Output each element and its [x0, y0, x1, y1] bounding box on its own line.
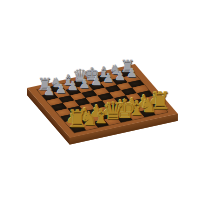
piece-black-pawn-h7: ♟ [126, 67, 137, 80]
piece-black-pawn-e7: ♟ [91, 75, 102, 88]
piece-black-pawn-f7: ♟ [103, 72, 114, 85]
piece-black-pawn-c7: ♟ [67, 80, 78, 93]
piece-black-pawn-b7: ♟ [55, 83, 66, 96]
piece-black-pawn-d7: ♟ [79, 77, 90, 90]
chess-set-photo: ♜♞♝♛♚♝♞♜♟♟♟♟♟♟♟♟♟♟♟♟♟♟♟♟♜♞♝♛♚♝♞♜ [0, 0, 200, 200]
piece-white-rook-a1: ♜ [67, 108, 88, 132]
piece-black-pawn-a7: ♟ [44, 85, 55, 98]
piece-black-pawn-g7: ♟ [115, 70, 126, 83]
